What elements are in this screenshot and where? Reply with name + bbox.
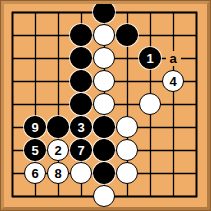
- stone-white[interactable]: [116, 116, 138, 138]
- stone-white-4[interactable]: 4: [162, 70, 184, 92]
- stone-black[interactable]: [70, 70, 92, 92]
- stone-black-5[interactable]: 5: [24, 139, 46, 161]
- stone-white[interactable]: [93, 47, 115, 69]
- stone-white[interactable]: [93, 24, 115, 46]
- stone-black[interactable]: [70, 24, 92, 46]
- stone-black[interactable]: [70, 93, 92, 115]
- go-board[interactable]: 149352768a: [0, 0, 211, 211]
- stone-white-6[interactable]: 6: [24, 162, 46, 184]
- stone-black[interactable]: [93, 116, 115, 138]
- stone-black[interactable]: [70, 47, 92, 69]
- stone-white-2[interactable]: 2: [47, 139, 69, 161]
- stone-black-1[interactable]: 1: [139, 47, 161, 69]
- stone-white[interactable]: [93, 93, 115, 115]
- stone-white[interactable]: [93, 185, 115, 207]
- stone-black-3[interactable]: 3: [70, 116, 92, 138]
- stone-black[interactable]: [47, 116, 69, 138]
- stone-white[interactable]: [70, 162, 92, 184]
- stone-white[interactable]: [139, 93, 161, 115]
- stone-black[interactable]: [93, 139, 115, 161]
- stone-white[interactable]: [116, 139, 138, 161]
- stone-white[interactable]: [93, 70, 115, 92]
- stones-layer: 149352768a: [0, 0, 211, 211]
- stone-black-7[interactable]: 7: [70, 139, 92, 161]
- stone-black-9[interactable]: 9: [24, 116, 46, 138]
- stone-black[interactable]: [93, 162, 115, 184]
- stone-white-8[interactable]: 8: [47, 162, 69, 184]
- point-marker-a[interactable]: a: [166, 51, 181, 66]
- stone-black[interactable]: [93, 1, 115, 23]
- stone-white[interactable]: [116, 162, 138, 184]
- stone-black[interactable]: [116, 24, 138, 46]
